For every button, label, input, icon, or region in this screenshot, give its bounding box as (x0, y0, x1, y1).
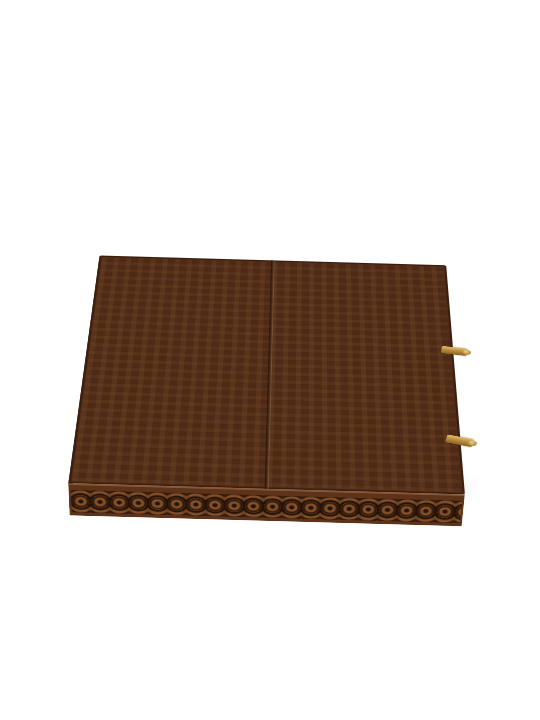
product-photo-chess-set (0, 0, 540, 720)
pieces-layer (68, 256, 464, 495)
board-plane (68, 256, 464, 495)
front-rosette-carving (71, 490, 462, 523)
board-scene (0, 0, 540, 720)
clasp-knob-icon (463, 350, 472, 356)
clasp-knob-icon (468, 440, 478, 447)
